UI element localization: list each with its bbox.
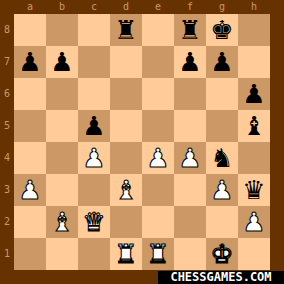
rank-label-8: 8 <box>0 14 14 46</box>
square-b3[interactable] <box>46 174 78 206</box>
black-pawn-h6[interactable]: ♟ <box>242 81 265 107</box>
square-f6[interactable] <box>174 78 206 110</box>
black-pawn-c5[interactable]: ♟ <box>82 113 105 139</box>
chess-board: ♜♜♚♟♟♟♟♟♟♝♟♟♟♞♟♝♟♛♝♛♟♜♜♚ <box>14 14 270 270</box>
white-rook-e1[interactable]: ♜ <box>146 241 169 267</box>
square-e8[interactable] <box>142 14 174 46</box>
square-c6[interactable] <box>78 78 110 110</box>
square-d3[interactable]: ♝ <box>110 174 142 206</box>
white-pawn-a3[interactable]: ♟ <box>18 177 41 203</box>
square-g1[interactable]: ♚ <box>206 238 238 270</box>
square-a5[interactable] <box>14 110 46 142</box>
square-b4[interactable] <box>46 142 78 174</box>
black-rook-f8[interactable]: ♜ <box>178 17 201 43</box>
square-a6[interactable] <box>14 78 46 110</box>
square-f4[interactable]: ♟ <box>174 142 206 174</box>
square-h1[interactable] <box>238 238 270 270</box>
square-c8[interactable] <box>78 14 110 46</box>
white-pawn-f4[interactable]: ♟ <box>178 145 201 171</box>
file-label-f: f <box>174 0 206 14</box>
square-a8[interactable] <box>14 14 46 46</box>
square-e1[interactable]: ♜ <box>142 238 174 270</box>
square-h2[interactable]: ♟ <box>238 206 270 238</box>
square-d1[interactable]: ♜ <box>110 238 142 270</box>
square-a4[interactable] <box>14 142 46 174</box>
square-f7[interactable]: ♟ <box>174 46 206 78</box>
black-pawn-f7[interactable]: ♟ <box>178 49 201 75</box>
square-c2[interactable]: ♛ <box>78 206 110 238</box>
rank-label-6: 6 <box>0 78 14 110</box>
square-h5[interactable]: ♝ <box>238 110 270 142</box>
rank-label-2: 2 <box>0 206 14 238</box>
white-pawn-h2[interactable]: ♟ <box>242 209 265 235</box>
file-label-d: d <box>110 0 142 14</box>
square-h3[interactable]: ♛ <box>238 174 270 206</box>
black-king-g8[interactable]: ♚ <box>210 17 233 43</box>
file-label-e: e <box>142 0 174 14</box>
square-h6[interactable]: ♟ <box>238 78 270 110</box>
rank-label-3: 3 <box>0 174 14 206</box>
square-g6[interactable] <box>206 78 238 110</box>
square-b7[interactable]: ♟ <box>46 46 78 78</box>
square-a2[interactable] <box>14 206 46 238</box>
square-e4[interactable]: ♟ <box>142 142 174 174</box>
square-e6[interactable] <box>142 78 174 110</box>
square-d2[interactable] <box>110 206 142 238</box>
rank-label-4: 4 <box>0 142 14 174</box>
rank-labels: 87654321 <box>0 14 14 270</box>
square-d7[interactable] <box>110 46 142 78</box>
file-label-g: g <box>206 0 238 14</box>
white-rook-d1[interactable]: ♜ <box>114 241 137 267</box>
square-g8[interactable]: ♚ <box>206 14 238 46</box>
black-pawn-g7[interactable]: ♟ <box>210 49 233 75</box>
square-g3[interactable]: ♟ <box>206 174 238 206</box>
white-queen-c2[interactable]: ♛ <box>82 209 105 235</box>
square-c5[interactable]: ♟ <box>78 110 110 142</box>
square-d6[interactable] <box>110 78 142 110</box>
chessgames-watermark: CHESSGAMES.COM <box>158 271 284 284</box>
square-c7[interactable] <box>78 46 110 78</box>
square-b5[interactable] <box>46 110 78 142</box>
chess-diagram: abcdefgh 87654321 ♜♜♚♟♟♟♟♟♟♝♟♟♟♞♟♝♟♛♝♛♟♜… <box>0 0 284 284</box>
square-g2[interactable] <box>206 206 238 238</box>
black-queen-h3[interactable]: ♛ <box>242 177 265 203</box>
square-c4[interactable]: ♟ <box>78 142 110 174</box>
square-f8[interactable]: ♜ <box>174 14 206 46</box>
square-f2[interactable] <box>174 206 206 238</box>
file-label-b: b <box>46 0 78 14</box>
black-knight-g4[interactable]: ♞ <box>210 145 233 171</box>
black-pawn-b7[interactable]: ♟ <box>50 49 73 75</box>
square-d8[interactable]: ♜ <box>110 14 142 46</box>
square-a7[interactable]: ♟ <box>14 46 46 78</box>
black-pawn-a7[interactable]: ♟ <box>18 49 41 75</box>
square-b1[interactable] <box>46 238 78 270</box>
square-e7[interactable] <box>142 46 174 78</box>
white-king-g1[interactable]: ♚ <box>210 241 233 267</box>
square-h7[interactable] <box>238 46 270 78</box>
file-label-a: a <box>14 0 46 14</box>
file-label-c: c <box>78 0 110 14</box>
white-pawn-c4[interactable]: ♟ <box>82 145 105 171</box>
black-rook-d8[interactable]: ♜ <box>114 17 137 43</box>
black-bishop-h5[interactable]: ♝ <box>242 113 265 139</box>
rank-label-5: 5 <box>0 110 14 142</box>
square-a3[interactable]: ♟ <box>14 174 46 206</box>
file-label-h: h <box>238 0 270 14</box>
white-pawn-e4[interactable]: ♟ <box>146 145 169 171</box>
square-d5[interactable] <box>110 110 142 142</box>
white-bishop-d3[interactable]: ♝ <box>114 177 137 203</box>
white-bishop-b2[interactable]: ♝ <box>50 209 73 235</box>
square-d4[interactable] <box>110 142 142 174</box>
square-b8[interactable] <box>46 14 78 46</box>
square-b2[interactable]: ♝ <box>46 206 78 238</box>
file-labels: abcdefgh <box>14 0 270 14</box>
square-f5[interactable] <box>174 110 206 142</box>
square-e2[interactable] <box>142 206 174 238</box>
square-f1[interactable] <box>174 238 206 270</box>
square-c3[interactable] <box>78 174 110 206</box>
square-h4[interactable] <box>238 142 270 174</box>
square-e5[interactable] <box>142 110 174 142</box>
rank-label-1: 1 <box>0 238 14 270</box>
square-a1[interactable] <box>14 238 46 270</box>
white-pawn-g3[interactable]: ♟ <box>210 177 233 203</box>
square-f3[interactable] <box>174 174 206 206</box>
square-g4[interactable]: ♞ <box>206 142 238 174</box>
square-c1[interactable] <box>78 238 110 270</box>
square-g7[interactable]: ♟ <box>206 46 238 78</box>
square-b6[interactable] <box>46 78 78 110</box>
square-g5[interactable] <box>206 110 238 142</box>
square-h8[interactable] <box>238 14 270 46</box>
square-e3[interactable] <box>142 174 174 206</box>
rank-label-7: 7 <box>0 46 14 78</box>
